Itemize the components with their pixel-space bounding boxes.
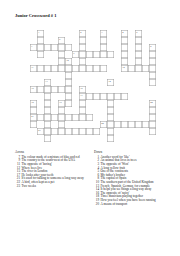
blocked-cell bbox=[23, 65, 30, 72]
blocked-cell bbox=[100, 107, 107, 114]
grid-cell[interactable] bbox=[142, 121, 149, 128]
blocked-cell bbox=[128, 86, 135, 93]
blocked-cell bbox=[93, 79, 100, 86]
blocked-cell bbox=[128, 135, 135, 142]
grid-cell[interactable] bbox=[65, 79, 72, 86]
blocked-cell bbox=[121, 107, 128, 114]
grid-cell[interactable]: 17 bbox=[79, 93, 86, 100]
clue-item-number: 20 bbox=[94, 201, 99, 205]
blocked-cell bbox=[37, 135, 44, 142]
grid-cell[interactable] bbox=[58, 51, 65, 58]
grid-cell[interactable] bbox=[79, 114, 86, 121]
blocked-cell bbox=[16, 72, 23, 79]
blocked-cell bbox=[72, 37, 79, 44]
grid-cell[interactable] bbox=[58, 58, 65, 65]
blocked-cell bbox=[16, 107, 23, 114]
grid-cell[interactable] bbox=[79, 100, 86, 107]
blocked-cell bbox=[142, 51, 149, 58]
blocked-cell bbox=[30, 72, 37, 79]
blocked-cell bbox=[51, 100, 58, 107]
blocked-cell bbox=[100, 58, 107, 65]
blocked-cell bbox=[72, 121, 79, 128]
blocked-cell bbox=[16, 51, 23, 58]
blocked-cell bbox=[93, 135, 100, 142]
blocked-cell bbox=[16, 30, 23, 37]
blocked-cell bbox=[100, 100, 107, 107]
blocked-cell bbox=[107, 72, 114, 79]
grid-cell[interactable] bbox=[86, 93, 93, 100]
grid-cell[interactable] bbox=[107, 114, 114, 121]
grid-cell[interactable] bbox=[65, 86, 72, 93]
grid-cell[interactable] bbox=[107, 100, 114, 107]
grid-cell[interactable] bbox=[86, 51, 93, 58]
blocked-cell bbox=[51, 58, 58, 65]
grid-cell[interactable]: 12 bbox=[121, 65, 128, 72]
blocked-cell bbox=[23, 114, 30, 121]
grid-cell[interactable]: 19 bbox=[58, 100, 65, 107]
down-clues-section: Down 1Another word for 'like'2An animal … bbox=[94, 150, 178, 205]
blocked-cell bbox=[37, 100, 44, 107]
grid-cell[interactable] bbox=[93, 65, 100, 72]
grid-cell[interactable] bbox=[149, 128, 156, 135]
blocked-cell bbox=[51, 107, 58, 114]
grid-cell[interactable]: 10 bbox=[65, 58, 72, 65]
blocked-cell bbox=[100, 72, 107, 79]
grid-cell[interactable] bbox=[149, 114, 156, 121]
grid-cell[interactable] bbox=[149, 72, 156, 79]
grid-cell[interactable]: 13 bbox=[44, 79, 51, 86]
blocked-cell bbox=[100, 135, 107, 142]
blocked-cell bbox=[100, 114, 107, 121]
blocked-cell bbox=[23, 121, 30, 128]
grid-cell[interactable]: 2 bbox=[79, 30, 86, 37]
grid-cell[interactable] bbox=[135, 51, 142, 58]
down-heading: Down bbox=[94, 150, 178, 154]
blocked-cell bbox=[128, 51, 135, 58]
grid-cell[interactable] bbox=[107, 51, 114, 58]
grid-cell[interactable] bbox=[58, 107, 65, 114]
grid-cell[interactable]: 18 bbox=[30, 100, 37, 107]
grid-cell[interactable] bbox=[44, 44, 51, 51]
grid-cell[interactable] bbox=[65, 44, 72, 51]
blocked-cell bbox=[37, 107, 44, 114]
blocked-cell bbox=[128, 100, 135, 107]
grid-cell[interactable] bbox=[37, 51, 44, 58]
clue-number: 21 bbox=[31, 115, 33, 117]
blocked-cell bbox=[79, 121, 86, 128]
grid-cell[interactable] bbox=[30, 107, 37, 114]
blocked-cell bbox=[30, 30, 37, 37]
blocked-cell bbox=[72, 44, 79, 51]
blocked-cell bbox=[114, 79, 121, 86]
clue-number: 15 bbox=[31, 87, 33, 89]
blocked-cell bbox=[142, 37, 149, 44]
blocked-cell bbox=[65, 51, 72, 58]
grid-cell[interactable] bbox=[51, 128, 58, 135]
blocked-cell bbox=[58, 79, 65, 86]
grid-cell[interactable] bbox=[135, 121, 142, 128]
blocked-cell bbox=[93, 114, 100, 121]
grid-cell[interactable] bbox=[44, 86, 51, 93]
blocked-cell bbox=[93, 58, 100, 65]
grid-cell[interactable] bbox=[37, 65, 44, 72]
grid-cell[interactable] bbox=[100, 65, 107, 72]
blocked-cell bbox=[37, 79, 44, 86]
grid-cell[interactable] bbox=[93, 51, 100, 58]
grid-cell[interactable] bbox=[149, 51, 156, 58]
grid-cell[interactable] bbox=[121, 37, 128, 44]
grid-cell[interactable] bbox=[58, 128, 65, 135]
grid-cell[interactable] bbox=[58, 114, 65, 121]
blocked-cell bbox=[44, 51, 51, 58]
blocked-cell bbox=[93, 37, 100, 44]
blocked-cell bbox=[65, 135, 72, 142]
blocked-cell bbox=[16, 128, 23, 135]
blocked-cell bbox=[23, 72, 30, 79]
blocked-cell bbox=[86, 37, 93, 44]
grid-cell[interactable] bbox=[58, 44, 65, 51]
blocked-cell bbox=[149, 37, 156, 44]
blocked-cell bbox=[142, 79, 149, 86]
blocked-cell bbox=[128, 79, 135, 86]
grid-cell[interactable] bbox=[65, 65, 72, 72]
grid-cell[interactable]: 14 bbox=[107, 79, 114, 86]
grid-cell[interactable] bbox=[107, 128, 114, 135]
grid-cell[interactable]: 11 bbox=[30, 65, 37, 72]
blocked-cell bbox=[16, 86, 23, 93]
blocked-cell bbox=[114, 86, 121, 93]
blocked-cell bbox=[30, 128, 37, 135]
blocked-cell bbox=[114, 135, 121, 142]
clue-item: 23Two weeks bbox=[15, 183, 94, 187]
clue-number: 14 bbox=[108, 80, 110, 82]
clue-number: 9 bbox=[73, 52, 74, 54]
grid-cell[interactable] bbox=[149, 121, 156, 128]
grid-cell[interactable] bbox=[44, 128, 51, 135]
blocked-cell bbox=[142, 135, 149, 142]
blocked-cell bbox=[114, 114, 121, 121]
grid-cell[interactable] bbox=[44, 121, 51, 128]
blocked-cell bbox=[23, 37, 30, 44]
down-list: 1Another word for 'like'2An animal that … bbox=[94, 155, 178, 205]
blocked-cell bbox=[86, 58, 93, 65]
blocked-cell bbox=[107, 44, 114, 51]
grid-cell[interactable] bbox=[142, 65, 149, 72]
blocked-cell bbox=[142, 44, 149, 51]
blocked-cell bbox=[107, 65, 114, 72]
blocked-cell bbox=[44, 37, 51, 44]
grid-cell[interactable] bbox=[86, 114, 93, 121]
grid-cell[interactable] bbox=[128, 121, 135, 128]
grid-cell[interactable] bbox=[44, 65, 51, 72]
grid-cell[interactable] bbox=[79, 58, 86, 65]
blocked-cell bbox=[72, 58, 79, 65]
grid-cell[interactable] bbox=[121, 93, 128, 100]
blocked-cell bbox=[16, 93, 23, 100]
blocked-cell bbox=[128, 58, 135, 65]
grid-cell[interactable] bbox=[79, 128, 86, 135]
grid-cell[interactable]: 16 bbox=[79, 86, 86, 93]
across-clues-section: Across 7The colour made of a mixture of … bbox=[15, 150, 94, 187]
blocked-cell bbox=[86, 86, 93, 93]
grid-cell[interactable] bbox=[72, 114, 79, 121]
blocked-cell bbox=[86, 121, 93, 128]
grid-cell[interactable] bbox=[79, 51, 86, 58]
grid-cell[interactable] bbox=[107, 93, 114, 100]
grid-cell[interactable] bbox=[51, 44, 58, 51]
clue-number: 7 bbox=[31, 45, 32, 47]
grid-cell[interactable] bbox=[51, 86, 58, 93]
blocked-cell bbox=[142, 58, 149, 65]
blocked-cell bbox=[23, 44, 30, 51]
grid-cell[interactable] bbox=[58, 65, 65, 72]
grid-cell[interactable] bbox=[135, 44, 142, 51]
grid-cell[interactable] bbox=[79, 44, 86, 51]
blocked-cell bbox=[128, 93, 135, 100]
clue-number: 6 bbox=[59, 38, 60, 40]
grid-cell[interactable] bbox=[37, 114, 44, 121]
grid-cell[interactable] bbox=[100, 93, 107, 100]
blocked-cell bbox=[16, 65, 23, 72]
blocked-cell bbox=[121, 79, 128, 86]
clue-number: 4 bbox=[122, 31, 123, 33]
grid-cell[interactable]: 21 bbox=[30, 114, 37, 121]
clue-number: 10 bbox=[66, 59, 68, 61]
grid-cell[interactable] bbox=[86, 65, 93, 72]
blocked-cell bbox=[135, 114, 142, 121]
blocked-cell bbox=[16, 135, 23, 142]
blocked-cell bbox=[51, 30, 58, 37]
grid-cell[interactable] bbox=[100, 51, 107, 58]
blocked-cell bbox=[86, 79, 93, 86]
grid-cell[interactable]: 7 bbox=[30, 44, 37, 51]
clue-number: 18 bbox=[31, 101, 33, 103]
blocked-cell bbox=[107, 58, 114, 65]
grid-cell[interactable] bbox=[107, 107, 114, 114]
blocked-cell bbox=[16, 79, 23, 86]
blocked-cell bbox=[72, 135, 79, 142]
blocked-cell bbox=[79, 72, 86, 79]
blocked-cell bbox=[100, 79, 107, 86]
grid-cell[interactable] bbox=[51, 114, 58, 121]
grid-cell[interactable] bbox=[121, 44, 128, 51]
grid-cell[interactable] bbox=[100, 44, 107, 51]
blocked-cell bbox=[135, 86, 142, 93]
blocked-cell bbox=[16, 44, 23, 51]
grid-cell[interactable]: 15 bbox=[30, 86, 37, 93]
grid-cell[interactable] bbox=[93, 128, 100, 135]
blocked-cell bbox=[135, 135, 142, 142]
blocked-cell bbox=[149, 30, 156, 37]
blocked-cell bbox=[121, 72, 128, 79]
blocked-cell bbox=[16, 114, 23, 121]
grid-cell[interactable] bbox=[135, 65, 142, 72]
clue-item: 20A means of transport bbox=[94, 201, 178, 205]
blocked-cell bbox=[23, 58, 30, 65]
blocked-cell bbox=[121, 100, 128, 107]
clue-number: 17 bbox=[80, 94, 82, 96]
blocked-cell bbox=[23, 79, 30, 86]
blocked-cell bbox=[79, 135, 86, 142]
blocked-cell bbox=[23, 100, 30, 107]
blocked-cell bbox=[86, 44, 93, 51]
clue-item-text: A means of transport bbox=[101, 201, 179, 205]
blocked-cell bbox=[128, 114, 135, 121]
blocked-cell bbox=[86, 72, 93, 79]
grid-cell[interactable] bbox=[149, 58, 156, 65]
grid-cell[interactable] bbox=[58, 121, 65, 128]
blocked-cell bbox=[16, 58, 23, 65]
grid-cell[interactable] bbox=[51, 65, 58, 72]
blocked-cell bbox=[72, 86, 79, 93]
blocked-cell bbox=[58, 72, 65, 79]
blocked-cell bbox=[149, 86, 156, 93]
blocked-cell bbox=[30, 79, 37, 86]
clue-number: 16 bbox=[80, 87, 82, 89]
clue-number: 13 bbox=[45, 80, 47, 82]
grid-cell[interactable] bbox=[135, 37, 142, 44]
blocked-cell bbox=[65, 121, 72, 128]
grid-cell[interactable]: 6 bbox=[58, 37, 65, 44]
blocked-cell bbox=[142, 100, 149, 107]
blocked-cell bbox=[23, 30, 30, 37]
grid-cell[interactable] bbox=[37, 86, 44, 93]
blocked-cell bbox=[114, 128, 121, 135]
blocked-cell bbox=[37, 58, 44, 65]
grid-cell[interactable] bbox=[44, 114, 51, 121]
grid-cell[interactable] bbox=[135, 58, 142, 65]
grid-cell[interactable] bbox=[44, 100, 51, 107]
grid-cell[interactable] bbox=[121, 121, 128, 128]
clue-number: 12 bbox=[122, 66, 124, 68]
blocked-cell bbox=[142, 72, 149, 79]
blocked-cell bbox=[79, 79, 86, 86]
across-list: 7The colour made of a mixture of blue an… bbox=[15, 155, 94, 187]
clue-number: 23 bbox=[38, 129, 40, 131]
grid-cell[interactable] bbox=[65, 128, 72, 135]
grid-cell[interactable]: 9 bbox=[72, 51, 79, 58]
grid-cell[interactable] bbox=[79, 65, 86, 72]
blocked-cell bbox=[72, 107, 79, 114]
grid-cell[interactable] bbox=[86, 128, 93, 135]
blocked-cell bbox=[23, 128, 30, 135]
blocked-cell bbox=[121, 86, 128, 93]
blocked-cell bbox=[51, 51, 58, 58]
grid-cell[interactable] bbox=[44, 93, 51, 100]
grid-cell[interactable] bbox=[79, 37, 86, 44]
grid-cell[interactable] bbox=[149, 79, 156, 86]
blocked-cell bbox=[135, 100, 142, 107]
grid-cell[interactable] bbox=[107, 121, 114, 128]
grid-cell[interactable] bbox=[114, 121, 121, 128]
grid-cell[interactable] bbox=[79, 107, 86, 114]
grid-cell[interactable] bbox=[93, 93, 100, 100]
grid-cell[interactable] bbox=[121, 51, 128, 58]
clue-number: 11 bbox=[31, 66, 33, 68]
grid-cell[interactable]: 3 bbox=[100, 30, 107, 37]
blocked-cell bbox=[30, 93, 37, 100]
blocked-cell bbox=[23, 107, 30, 114]
blocked-cell bbox=[93, 86, 100, 93]
blocked-cell bbox=[23, 135, 30, 142]
blocked-cell bbox=[86, 100, 93, 107]
blocked-cell bbox=[86, 30, 93, 37]
grid-cell[interactable] bbox=[100, 37, 107, 44]
blocked-cell bbox=[51, 135, 58, 142]
grid-cell[interactable]: 4 bbox=[121, 30, 128, 37]
grid-cell[interactable] bbox=[65, 100, 72, 107]
grid-cell[interactable] bbox=[65, 93, 72, 100]
grid-cell[interactable] bbox=[65, 72, 72, 79]
grid-cell[interactable] bbox=[128, 65, 135, 72]
clue-number: 2 bbox=[80, 31, 81, 33]
blocked-cell bbox=[86, 107, 93, 114]
grid-cell[interactable] bbox=[44, 135, 51, 142]
grid-cell[interactable] bbox=[149, 65, 156, 72]
blocked-cell bbox=[142, 93, 149, 100]
blocked-cell bbox=[93, 30, 100, 37]
blocked-cell bbox=[128, 128, 135, 135]
grid-cell[interactable] bbox=[37, 37, 44, 44]
blocked-cell bbox=[37, 121, 44, 128]
grid-cell[interactable] bbox=[149, 107, 156, 114]
blocked-cell bbox=[135, 93, 142, 100]
blocked-cell bbox=[30, 51, 37, 58]
across-heading: Across bbox=[15, 150, 94, 154]
blocked-cell bbox=[65, 37, 72, 44]
blocked-cell bbox=[93, 44, 100, 51]
clue-number: 5 bbox=[136, 31, 137, 33]
blocked-cell bbox=[72, 93, 79, 100]
grid-cell[interactable]: 22 bbox=[100, 121, 107, 128]
grid-cell[interactable] bbox=[65, 114, 72, 121]
blocked-cell bbox=[128, 107, 135, 114]
blocked-cell bbox=[93, 121, 100, 128]
clue-item-text: Two weeks bbox=[22, 183, 95, 187]
grid-cell[interactable] bbox=[44, 107, 51, 114]
blocked-cell bbox=[72, 100, 79, 107]
blocked-cell bbox=[44, 72, 51, 79]
grid-cell[interactable]: 1 bbox=[37, 30, 44, 37]
grid-cell[interactable] bbox=[58, 86, 65, 93]
blocked-cell bbox=[128, 72, 135, 79]
grid-cell[interactable] bbox=[37, 44, 44, 51]
blocked-cell bbox=[23, 93, 30, 100]
grid-cell[interactable] bbox=[121, 58, 128, 65]
grid-cell[interactable] bbox=[30, 121, 37, 128]
worksheet: Junior Crossword # 1 1234567891011121314… bbox=[0, 0, 180, 256]
blocked-cell bbox=[142, 128, 149, 135]
blocked-cell bbox=[149, 93, 156, 100]
blocked-cell bbox=[51, 93, 58, 100]
clue-number: 19 bbox=[59, 101, 61, 103]
grid-cell[interactable] bbox=[107, 135, 114, 142]
grid-cell[interactable]: 8 bbox=[149, 44, 156, 51]
blocked-cell bbox=[114, 72, 121, 79]
grid-cell[interactable]: 5 bbox=[135, 30, 142, 37]
grid-cell[interactable]: 23 bbox=[37, 128, 44, 135]
grid-cell[interactable] bbox=[72, 65, 79, 72]
grid-cell[interactable] bbox=[72, 128, 79, 135]
grid-cell[interactable] bbox=[114, 93, 121, 100]
blocked-cell bbox=[93, 107, 100, 114]
grid-cell[interactable]: 20 bbox=[149, 100, 156, 107]
blocked-cell bbox=[135, 128, 142, 135]
blocked-cell bbox=[114, 65, 121, 72]
clue-item-number: 23 bbox=[15, 183, 20, 187]
blocked-cell bbox=[121, 114, 128, 121]
blocked-cell bbox=[114, 30, 121, 37]
